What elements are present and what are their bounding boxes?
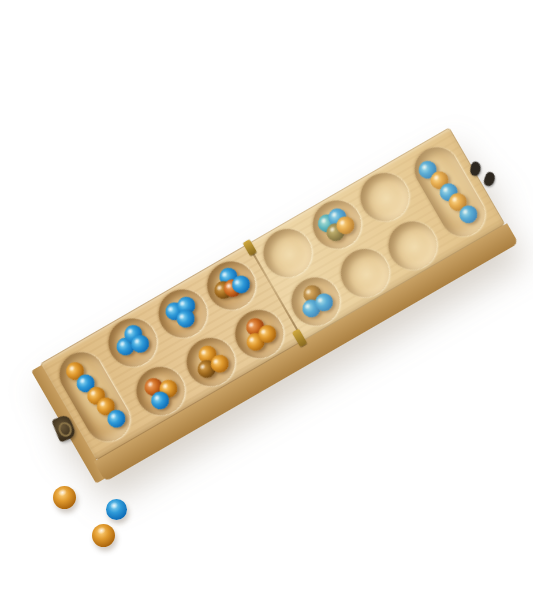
pit-top-2[interactable] — [150, 281, 216, 347]
loose-bead-amber[interactable] — [53, 486, 76, 509]
latch-prong — [483, 171, 497, 188]
loose-bead-blue[interactable] — [106, 499, 127, 520]
mancala-board — [40, 127, 506, 460]
photo-background — [0, 0, 533, 613]
latch-prong — [470, 161, 482, 176]
pit-top-3[interactable] — [198, 253, 264, 319]
pit-grid — [40, 127, 506, 460]
pit-top-6[interactable] — [352, 164, 418, 230]
pit-top-1[interactable] — [100, 310, 166, 376]
loose-bead-amber[interactable] — [92, 524, 115, 547]
